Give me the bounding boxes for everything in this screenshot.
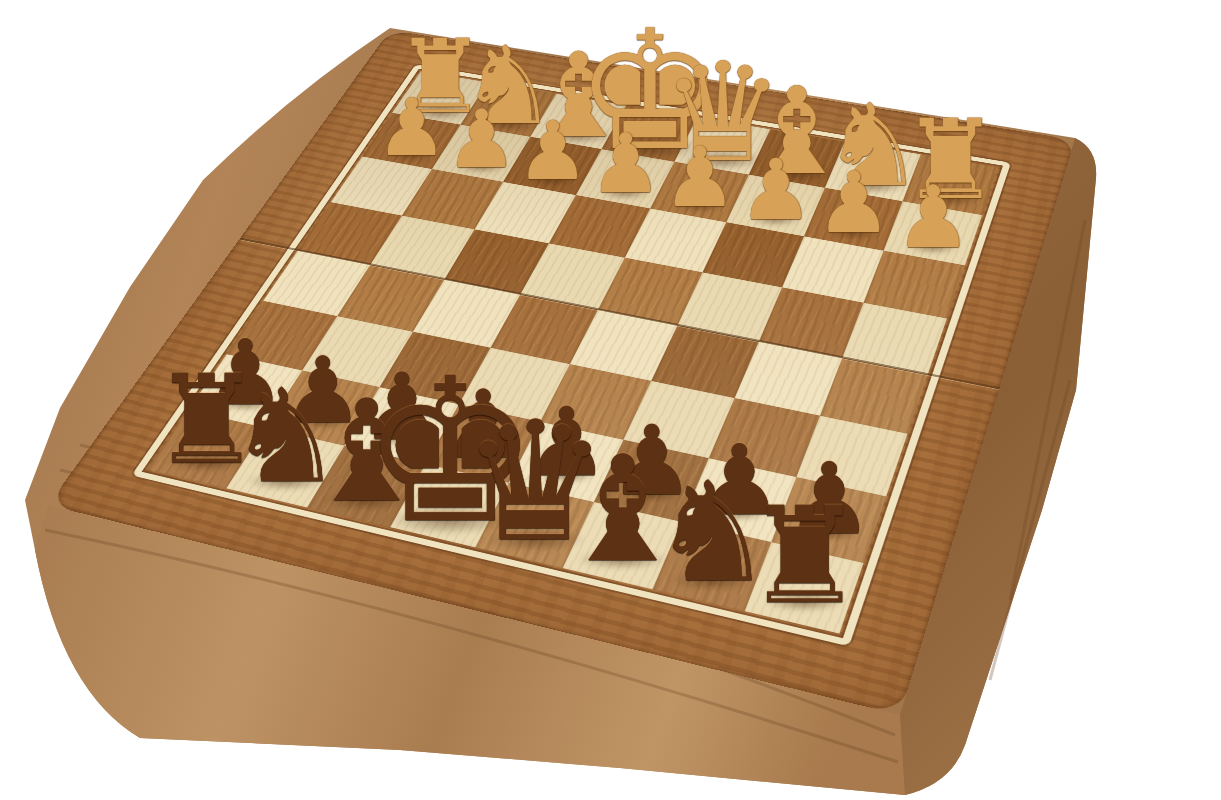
piece-black-rook-a8: ♜ [725,489,885,622]
chess-board-photo: ♜♞♝♚♛♝♞♜♟♟♟♟♟♟♟♟♟♟♟♟♟♟♟♟♜♞♝♚♛♝♞♜ [0,0,1221,800]
piece-white-pawn-a2: ♟ [882,175,985,261]
